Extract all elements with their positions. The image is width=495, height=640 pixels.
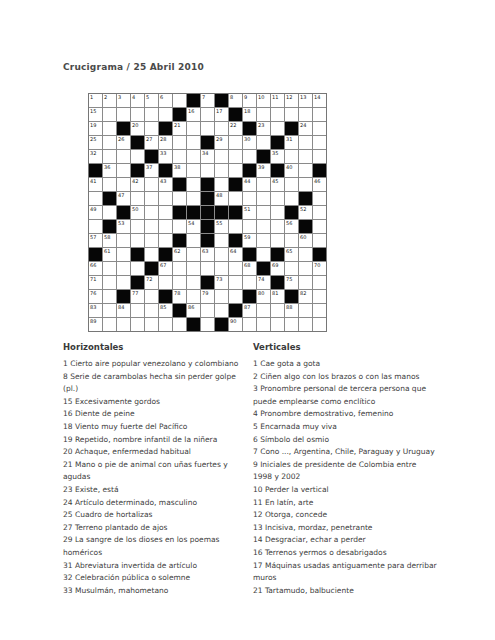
grid-cell-black	[145, 150, 158, 163]
cell-number: 17	[216, 108, 222, 114]
grid-cell	[299, 262, 312, 275]
grid-cell	[131, 304, 144, 317]
clue-item: 25 Cuadro de hortalizas	[63, 509, 239, 522]
grid-cell-black	[229, 108, 242, 121]
clue-item: 4 Pronombre demostrativo, femenino	[253, 408, 437, 421]
grid-cell	[243, 276, 256, 289]
grid-cell: 47	[117, 192, 130, 205]
clue-item: 21 Tartamudo, balbuciente	[253, 585, 437, 598]
cell-number: 82	[300, 290, 306, 296]
cell-number: 58	[104, 234, 110, 240]
grid-cell	[257, 318, 270, 331]
grid-cell	[103, 178, 116, 191]
grid-cell: 43	[159, 178, 172, 191]
grid-cell	[257, 248, 270, 261]
grid-cell-black	[313, 164, 326, 177]
grid-cell	[215, 248, 228, 261]
cell-number: 29	[216, 136, 222, 142]
cell-number: 90	[230, 318, 236, 324]
grid-cell-black	[285, 206, 298, 219]
cell-number: 69	[272, 262, 278, 268]
grid-cell	[117, 108, 130, 121]
cell-number: 23	[258, 122, 264, 128]
clue-item: 24 Artículo determinado, masculino	[63, 497, 239, 510]
grid-cell	[299, 276, 312, 289]
grid-cell: 65	[285, 248, 298, 261]
grid-cell	[257, 234, 270, 247]
cell-number: 32	[90, 150, 96, 156]
grid-cell	[215, 304, 228, 317]
cell-number: 25	[90, 136, 96, 142]
cell-number: 2	[104, 94, 107, 100]
grid-cell: 51	[243, 206, 256, 219]
clue-item: 6 Símbolo del osmio	[253, 434, 437, 447]
grid-cell-black	[201, 276, 214, 289]
cell-number: 42	[132, 178, 138, 184]
cell-number: 65	[286, 248, 292, 254]
grid-cell: 86	[187, 304, 200, 317]
cell-number: 53	[118, 220, 124, 226]
grid-cell-black	[117, 206, 130, 219]
clue-item: 23 Existe, está	[63, 484, 239, 497]
cell-number: 5	[146, 94, 149, 100]
cell-number: 18	[244, 108, 250, 114]
grid-cell: 9	[243, 94, 256, 107]
grid-cell	[145, 304, 158, 317]
grid-cell-black	[201, 206, 214, 219]
cell-number: 83	[90, 304, 96, 310]
grid-cell-black	[271, 136, 284, 149]
cell-number: 39	[258, 164, 264, 170]
clue-item: 29 La sangre de los dioses en los poemas…	[63, 534, 239, 559]
cell-number: 36	[104, 164, 110, 170]
grid-cell: 63	[201, 248, 214, 261]
grid-cell	[285, 108, 298, 121]
grid-cell-black	[243, 248, 256, 261]
grid-cell: 38	[173, 164, 186, 177]
grid-cell: 36	[103, 164, 116, 177]
grid-cell	[131, 262, 144, 275]
grid-cell: 50	[131, 206, 144, 219]
grid-cell	[187, 136, 200, 149]
grid-cell	[187, 290, 200, 303]
grid-cell	[145, 192, 158, 205]
grid-cell	[173, 318, 186, 331]
grid-cell: 10	[257, 94, 270, 107]
grid-cell	[145, 318, 158, 331]
grid-cell: 35	[271, 150, 284, 163]
clue-item: 2 Ciñen algo con los brazos o con las ma…	[253, 371, 437, 384]
grid-cell	[271, 234, 284, 247]
grid-cell	[299, 164, 312, 177]
grid-cell	[299, 150, 312, 163]
grid-cell: 89	[89, 318, 102, 331]
grid-cell	[229, 192, 242, 205]
grid-cell: 52	[299, 206, 312, 219]
grid-cell: 13	[299, 94, 312, 107]
grid-cell: 78	[173, 290, 186, 303]
grid-cell	[145, 206, 158, 219]
cell-number: 77	[132, 290, 138, 296]
grid-cell	[103, 108, 116, 121]
grid-cell	[257, 220, 270, 233]
cell-number: 7	[202, 94, 205, 100]
grid-cell	[243, 150, 256, 163]
clue-item: 1 Cierto aire popular venezolano y colom…	[63, 358, 239, 371]
grid-cell	[257, 178, 270, 191]
cell-number: 61	[104, 248, 110, 254]
grid-cell	[145, 178, 158, 191]
horizontales-section: Horizontales 1 Cierto aire popular venez…	[63, 342, 239, 597]
cell-number: 6	[160, 94, 163, 100]
grid-cell	[215, 262, 228, 275]
grid-cell-black	[285, 290, 298, 303]
grid-cell-black	[159, 164, 172, 177]
grid-cell: 84	[117, 304, 130, 317]
grid-cell	[285, 150, 298, 163]
grid-cell	[313, 136, 326, 149]
cell-number: 71	[90, 276, 96, 282]
grid-cell-black	[229, 178, 242, 191]
grid-cell	[187, 262, 200, 275]
grid-cell	[145, 234, 158, 247]
grid-cell	[243, 318, 256, 331]
grid-cell: 41	[89, 178, 102, 191]
cell-number: 75	[286, 276, 292, 282]
cell-number: 74	[258, 276, 264, 282]
verticales-section: Verticales 1 Cae gota a gota2 Ciñen algo…	[253, 342, 437, 597]
clue-item: 31 Abreviatura invertida de artículo	[63, 560, 239, 573]
cell-number: 56	[286, 220, 292, 226]
grid-cell	[313, 318, 326, 331]
grid-cell	[285, 262, 298, 275]
grid-cell	[145, 248, 158, 261]
grid-cell-black	[201, 234, 214, 247]
grid-cell	[229, 290, 242, 303]
grid-cell	[257, 192, 270, 205]
grid-cell-black	[173, 304, 186, 317]
grid-cell: 27	[145, 136, 158, 149]
cell-number: 84	[118, 304, 124, 310]
grid-cell	[215, 122, 228, 135]
clue-item: 32 Celebración pública o solemne	[63, 572, 239, 585]
clue-item: 18 Viento muy fuerte del Pacífico	[63, 421, 239, 434]
grid-cell-black	[173, 178, 186, 191]
grid-cell: 17	[215, 108, 228, 121]
grid-cell	[145, 220, 158, 233]
grid-cell-black	[89, 248, 102, 261]
grid-cell	[159, 318, 172, 331]
grid-cell-black	[201, 220, 214, 233]
grid-cell	[131, 234, 144, 247]
grid-cell	[145, 122, 158, 135]
grid-cell: 11	[271, 94, 284, 107]
cell-number: 15	[90, 108, 96, 114]
grid-cell	[229, 150, 242, 163]
grid-cell	[299, 108, 312, 121]
grid-cell	[201, 262, 214, 275]
grid-cell-black	[159, 290, 172, 303]
clue-item: 12 Otorga, concede	[253, 509, 437, 522]
grid-cell	[271, 206, 284, 219]
grid-cell	[201, 108, 214, 121]
grid-cell	[313, 290, 326, 303]
grid-cell: 85	[159, 304, 172, 317]
grid-cell-black	[201, 136, 214, 149]
cell-number: 80	[258, 290, 264, 296]
grid-cell	[159, 234, 172, 247]
grid-cell	[229, 136, 242, 149]
cell-number: 28	[160, 136, 166, 142]
cell-number: 70	[314, 262, 320, 268]
grid-cell	[215, 234, 228, 247]
grid-cell: 2	[103, 94, 116, 107]
cell-number: 49	[90, 206, 96, 212]
cell-number: 20	[132, 122, 138, 128]
cell-number: 59	[244, 234, 250, 240]
clue-item: 5 Encarnada muy viva	[253, 421, 437, 434]
cell-number: 72	[146, 276, 152, 282]
cell-number: 44	[244, 178, 250, 184]
grid-cell: 34	[201, 150, 214, 163]
grid-cell-black	[271, 248, 284, 261]
grid-cell-black	[187, 94, 200, 107]
grid-cell: 3	[117, 94, 130, 107]
grid-cell: 4	[131, 94, 144, 107]
cell-number: 47	[118, 192, 124, 198]
cell-number: 48	[216, 192, 222, 198]
grid-cell	[117, 248, 130, 261]
grid-cell	[173, 150, 186, 163]
grid-cell-black	[201, 192, 214, 205]
clue-item: 15 Excesivamente gordos	[63, 396, 239, 409]
grid-cell	[117, 234, 130, 247]
grid-cell: 29	[215, 136, 228, 149]
grid-cell	[313, 304, 326, 317]
grid-cell	[131, 318, 144, 331]
grid-cell-black	[215, 94, 228, 107]
grid-cell: 54	[187, 220, 200, 233]
verticales-list: 1 Cae gota a gota2 Ciñen algo con los br…	[253, 358, 437, 597]
grid-cell-black	[229, 304, 242, 317]
cell-number: 41	[90, 178, 96, 184]
grid-cell	[271, 318, 284, 331]
grid-cell-black	[173, 206, 186, 219]
grid-cell: 68	[243, 262, 256, 275]
grid-cell: 15	[89, 108, 102, 121]
cell-number: 38	[174, 164, 180, 170]
grid-cell	[201, 304, 214, 317]
grid-cell	[285, 234, 298, 247]
cell-number: 1	[90, 94, 93, 100]
grid-cell: 45	[271, 178, 284, 191]
cell-number: 50	[132, 206, 138, 212]
cell-number: 10	[258, 94, 264, 100]
grid-cell: 23	[257, 122, 270, 135]
clue-item: 20 Achaque, enfermedad habitual	[63, 446, 239, 459]
grid-cell	[313, 150, 326, 163]
grid-cell: 73	[215, 276, 228, 289]
grid-cell-black	[89, 164, 102, 177]
grid-cell-black	[257, 150, 270, 163]
grid-cell	[313, 234, 326, 247]
grid-cell: 62	[173, 248, 186, 261]
grid-cell: 49	[89, 206, 102, 219]
grid-cell: 74	[257, 276, 270, 289]
grid-cell-black	[173, 234, 186, 247]
grid-cell-black	[117, 122, 130, 135]
clue-item: 16 Terrenos yermos o desabrigados	[253, 547, 437, 560]
grid-cell	[299, 304, 312, 317]
grid-cell: 58	[103, 234, 116, 247]
grid-cell-black	[257, 262, 270, 275]
grid-cell-black	[173, 108, 186, 121]
grid-cell: 81	[271, 290, 284, 303]
grid-cell-black	[103, 192, 116, 205]
grid-cell	[187, 122, 200, 135]
grid-cell	[229, 220, 242, 233]
grid-cell: 64	[229, 248, 242, 261]
grid-cell-black	[271, 164, 284, 177]
grid-cell	[285, 318, 298, 331]
grid-cell-black	[313, 248, 326, 261]
grid-cell: 20	[131, 122, 144, 135]
grid-cell	[243, 192, 256, 205]
cell-number: 57	[90, 234, 96, 240]
clue-item: 17 Máquinas usadas antiguamente para der…	[253, 560, 437, 585]
grid-cell: 46	[313, 178, 326, 191]
grid-cell	[159, 206, 172, 219]
verticales-header: Verticales	[253, 342, 437, 352]
grid-cell-black	[117, 290, 130, 303]
grid-cell	[299, 248, 312, 261]
clue-item: 8 Serie de carambolas hecha sin perder g…	[63, 371, 239, 396]
grid-cell	[89, 192, 102, 205]
grid-cell	[313, 206, 326, 219]
grid-cell	[229, 164, 242, 177]
grid-cell: 12	[285, 94, 298, 107]
cell-number: 54	[188, 220, 194, 226]
clue-item: 10 Perder la vertical	[253, 484, 437, 497]
grid-cell	[313, 108, 326, 121]
clue-item: 7 Cono ..., Argentina, Chile, Paraguay y…	[253, 446, 437, 459]
grid-cell	[299, 318, 312, 331]
grid-cell: 56	[285, 220, 298, 233]
cell-number: 85	[160, 304, 166, 310]
grid-cell	[187, 150, 200, 163]
grid-cell: 19	[89, 122, 102, 135]
grid-cell	[187, 248, 200, 261]
grid-cell	[173, 94, 186, 107]
grid-cell	[187, 234, 200, 247]
grid-cell-black	[271, 276, 284, 289]
grid-cell	[173, 220, 186, 233]
grid-cell	[215, 164, 228, 177]
grid-cell	[187, 164, 200, 177]
grid-cell: 14	[313, 94, 326, 107]
cell-number: 11	[272, 94, 278, 100]
grid-cell: 8	[229, 94, 242, 107]
grid-cell	[103, 290, 116, 303]
grid-cell-black	[243, 290, 256, 303]
grid-cell-black	[103, 220, 116, 233]
grid-cell	[299, 178, 312, 191]
grid-cell	[201, 164, 214, 177]
grid-cell: 39	[257, 164, 270, 177]
grid-cell	[215, 150, 228, 163]
grid-cell-black	[243, 122, 256, 135]
cell-number: 64	[230, 248, 236, 254]
grid-cell	[271, 304, 284, 317]
clue-item: 14 Desgraciar, echar a perder	[253, 534, 437, 547]
grid-cell: 28	[159, 136, 172, 149]
cell-number: 63	[202, 248, 208, 254]
grid-cell	[117, 276, 130, 289]
grid-cell	[159, 108, 172, 121]
cell-number: 31	[286, 136, 292, 142]
cell-number: 68	[244, 262, 250, 268]
crossword-grid: 1234567891011121314151617181920212223242…	[88, 93, 327, 332]
grid-cell: 7	[201, 94, 214, 107]
cell-number: 30	[244, 136, 250, 142]
grid-cell	[299, 136, 312, 149]
clue-item: 9 Iniciales de presidente de Colombia en…	[253, 459, 437, 484]
grid-cell	[173, 276, 186, 289]
cell-number: 13	[300, 94, 306, 100]
grid-cell-black	[201, 178, 214, 191]
grid-cell	[173, 136, 186, 149]
grid-cell: 55	[215, 220, 228, 233]
grid-cell: 44	[243, 178, 256, 191]
grid-cell: 71	[89, 276, 102, 289]
clue-item: 13 Incisiva, mordaz, penetrante	[253, 522, 437, 535]
grid-cell: 60	[299, 234, 312, 247]
grid-cell	[89, 220, 102, 233]
grid-cell	[145, 290, 158, 303]
grid-cell	[285, 178, 298, 191]
grid-cell: 21	[173, 122, 186, 135]
grid-cell	[313, 122, 326, 135]
grid-cell	[131, 150, 144, 163]
cell-number: 24	[300, 122, 306, 128]
grid-cell: 31	[285, 136, 298, 149]
grid-cell	[159, 276, 172, 289]
cell-number: 16	[188, 108, 194, 114]
cell-number: 76	[90, 290, 96, 296]
clue-item: 21 Mano o pie de animal con uñas fuertes…	[63, 459, 239, 484]
grid-cell: 70	[313, 262, 326, 275]
cell-number: 3	[118, 94, 121, 100]
clue-item: 11 En latín, arte	[253, 497, 437, 510]
cell-number: 14	[314, 94, 320, 100]
crossword-page: Crucigrama / 25 Abril 2010 1234567891011…	[0, 0, 495, 640]
cell-number: 27	[146, 136, 152, 142]
horizontales-list: 1 Cierto aire popular venezolano y colom…	[63, 358, 239, 597]
grid-cell	[103, 206, 116, 219]
cell-number: 43	[160, 178, 166, 184]
grid-cell: 79	[201, 290, 214, 303]
grid-cell	[201, 122, 214, 135]
grid-cell	[187, 178, 200, 191]
cell-number: 86	[188, 304, 194, 310]
cell-number: 66	[90, 262, 96, 268]
grid-cell	[187, 192, 200, 205]
grid-cell	[117, 178, 130, 191]
cell-number: 12	[286, 94, 292, 100]
grid-cell: 30	[243, 136, 256, 149]
cell-number: 8	[230, 94, 233, 100]
grid-cell: 82	[299, 290, 312, 303]
